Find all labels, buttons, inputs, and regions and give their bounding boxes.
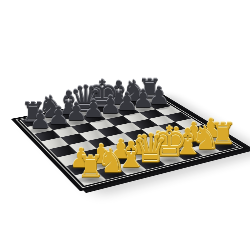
chess-set-photo: ♜♞♝♛♚♝♞♜♟♟♟♟♟♟♟♟♟♟♟♟♟♟♟♟♜♞♝♛♚♝♞♜ [0,0,250,250]
chess-board [11,91,250,191]
board-frame-outer-pinstripe [16,93,244,188]
board-grid [21,95,238,185]
board-frame-inner-pinstripe [19,94,238,185]
